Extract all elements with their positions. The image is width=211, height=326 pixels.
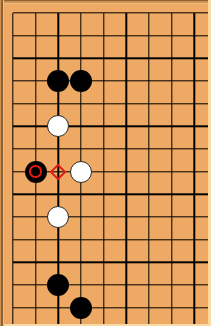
board-intersection <box>47 47 70 70</box>
board-intersection <box>24 206 47 229</box>
board-intersection <box>183 206 206 229</box>
black-stone <box>70 70 92 92</box>
board-intersection <box>183 24 206 47</box>
board-intersection <box>24 2 47 25</box>
board-intersection <box>24 138 47 161</box>
board-intersection <box>92 160 115 183</box>
board-intersection <box>2 206 25 229</box>
board-intersection <box>138 70 161 93</box>
board-intersection <box>115 138 138 161</box>
board-intersection <box>138 160 161 183</box>
board-intersection <box>24 92 47 115</box>
board-intersection <box>138 47 161 70</box>
board-intersection <box>92 206 115 229</box>
board-intersection <box>24 24 47 47</box>
board-intersection <box>183 160 206 183</box>
board-intersection <box>70 251 93 274</box>
board-intersection <box>138 251 161 274</box>
board-intersection <box>160 296 183 319</box>
board-intersection <box>183 296 206 319</box>
board-intersection <box>70 228 93 251</box>
board-intersection <box>183 92 206 115</box>
board-intersection <box>24 183 47 206</box>
board-intersection <box>47 228 70 251</box>
board-intersection <box>2 183 25 206</box>
board-intersection <box>115 251 138 274</box>
board-intersection <box>70 2 93 25</box>
board-intersection <box>24 274 47 297</box>
board-intersection <box>115 115 138 138</box>
board-intersection <box>160 183 183 206</box>
board-intersection <box>47 183 70 206</box>
board-intersection <box>138 228 161 251</box>
board-intersection <box>24 296 47 319</box>
board-intersection <box>115 92 138 115</box>
board-intersection <box>138 183 161 206</box>
board-intersection <box>138 206 161 229</box>
board-intersection <box>183 251 206 274</box>
board-intersection <box>2 47 25 70</box>
board-intersection <box>115 2 138 25</box>
board-intersection <box>92 274 115 297</box>
board-intersection <box>2 24 25 47</box>
board-intersection <box>160 70 183 93</box>
board-intersection <box>2 2 25 25</box>
board-intersection <box>70 92 93 115</box>
board-intersection <box>183 47 206 70</box>
board-intersection <box>115 183 138 206</box>
board-intersection <box>24 251 47 274</box>
board-intersection <box>138 2 161 25</box>
board-intersection <box>2 160 25 183</box>
board-intersection <box>24 70 47 93</box>
red-circle-marker <box>29 165 42 178</box>
board-intersection <box>47 251 70 274</box>
board-intersection <box>115 47 138 70</box>
board-intersection <box>2 228 25 251</box>
board-intersection <box>70 47 93 70</box>
board-intersection <box>70 183 93 206</box>
board-intersection <box>2 296 25 319</box>
board-intersection <box>160 2 183 25</box>
board-intersection <box>115 228 138 251</box>
board-intersection <box>47 296 70 319</box>
board-intersection <box>92 138 115 161</box>
white-stone <box>70 161 92 183</box>
board-intersection <box>92 92 115 115</box>
board-intersection <box>115 24 138 47</box>
board-intersection <box>92 296 115 319</box>
go-board <box>0 0 211 326</box>
board-intersection <box>115 296 138 319</box>
board-intersection <box>183 228 206 251</box>
board-intersection <box>115 206 138 229</box>
board-frame-left <box>0 0 4 326</box>
board-intersection <box>115 274 138 297</box>
black-stone <box>70 297 92 319</box>
board-intersection <box>2 92 25 115</box>
board-intersection <box>92 183 115 206</box>
board-intersection <box>47 24 70 47</box>
board-intersection <box>115 160 138 183</box>
board-intersection <box>160 24 183 47</box>
board-intersection <box>183 115 206 138</box>
board-intersection <box>92 115 115 138</box>
board-intersection <box>160 115 183 138</box>
board-intersection <box>2 138 25 161</box>
board-intersection <box>92 24 115 47</box>
board-intersection <box>160 228 183 251</box>
board-intersection <box>70 115 93 138</box>
board-intersection <box>70 274 93 297</box>
black-stone <box>47 274 69 296</box>
board-intersection <box>70 24 93 47</box>
board-intersection <box>24 47 47 70</box>
board-intersection <box>183 274 206 297</box>
board-intersection <box>160 47 183 70</box>
board-intersection <box>2 251 25 274</box>
board-frame-top <box>0 0 211 4</box>
board-intersection <box>183 183 206 206</box>
board-intersection <box>138 274 161 297</box>
board-intersection <box>2 274 25 297</box>
board-intersection <box>160 206 183 229</box>
board-intersection <box>160 274 183 297</box>
board-intersection <box>47 92 70 115</box>
board-intersection <box>47 2 70 25</box>
board-intersection <box>92 47 115 70</box>
board-intersection <box>115 70 138 93</box>
board-intersection <box>160 160 183 183</box>
board-intersection <box>160 251 183 274</box>
board-intersection <box>138 24 161 47</box>
crop-edge-right <box>208 0 211 326</box>
board-intersection <box>92 2 115 25</box>
board-intersection <box>183 2 206 25</box>
board-intersection <box>160 138 183 161</box>
board-intersection <box>92 251 115 274</box>
board-intersection <box>47 138 70 161</box>
black-stone <box>25 161 47 183</box>
board-intersection <box>70 206 93 229</box>
board-intersection <box>138 138 161 161</box>
board-intersection <box>24 228 47 251</box>
board-intersection <box>160 92 183 115</box>
board-intersection <box>183 70 206 93</box>
board-intersection <box>2 115 25 138</box>
board-intersection <box>92 228 115 251</box>
go-board-grid <box>2 2 211 326</box>
board-intersection <box>92 70 115 93</box>
board-intersection <box>183 138 206 161</box>
board-intersection <box>138 92 161 115</box>
board-intersection <box>138 115 161 138</box>
board-intersection <box>2 70 25 93</box>
board-intersection <box>70 138 93 161</box>
board-intersection <box>138 296 161 319</box>
board-intersection <box>24 115 47 138</box>
